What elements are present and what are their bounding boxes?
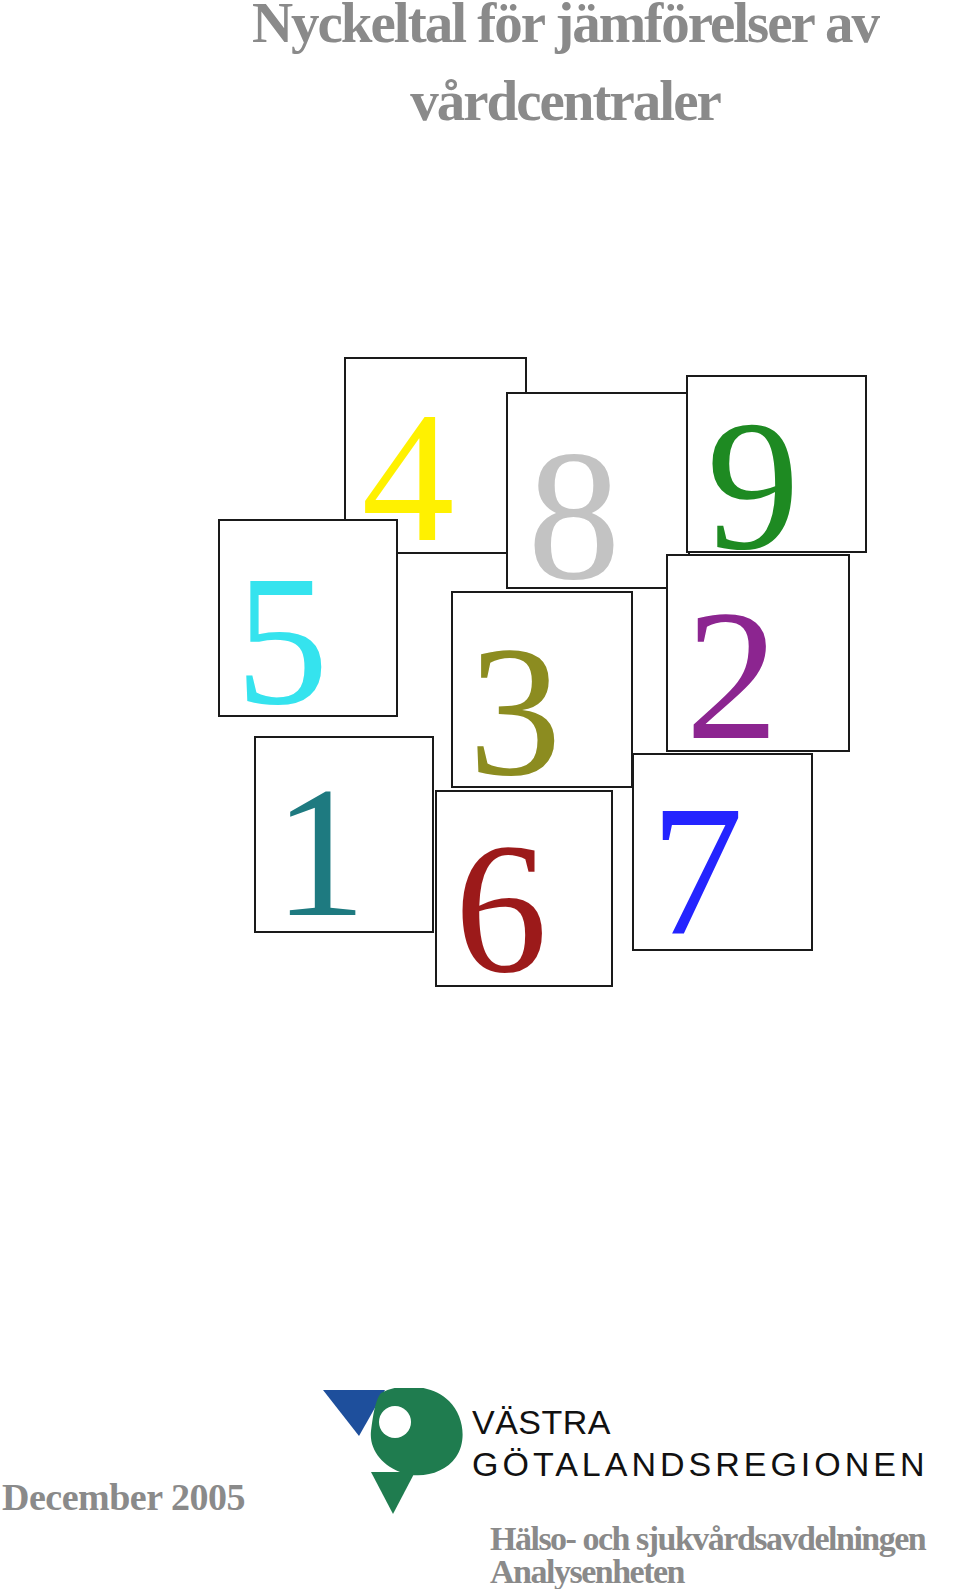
vgr-logo-white-eye-icon (379, 1406, 411, 1438)
digit-3: 3 (469, 618, 562, 804)
number-card-1: 1 (254, 736, 434, 933)
digit-9: 9 (707, 392, 800, 578)
digit-8: 8 (528, 422, 621, 608)
department-block: Hälso- och sjukvårdsavdelningen Analysen… (490, 1522, 925, 1588)
digit-6: 6 (455, 815, 548, 1001)
digit-1: 1 (274, 759, 367, 945)
org-name-line1: VÄSTRA (472, 1405, 611, 1439)
number-card-2: 2 (666, 554, 850, 752)
number-card-7: 7 (632, 753, 813, 951)
org-name-line2: GÖTALANDSREGIONEN (472, 1447, 929, 1481)
number-card-6: 6 (435, 790, 613, 987)
number-card-3: 3 (451, 591, 633, 788)
vgr-logo-green-bottom-triangle-icon (371, 1472, 415, 1514)
publication-date: December 2005 (2, 1478, 245, 1516)
department-line1: Hälso- och sjukvårdsavdelningen (490, 1522, 925, 1555)
page-title: Nyckeltal för jämförelser av vårdcentral… (170, 0, 960, 140)
department-line2: Analysenheten (490, 1555, 925, 1588)
number-card-8: 8 (506, 392, 690, 589)
page-title-line2: vårdcentraler (170, 62, 960, 140)
number-card-5: 5 (218, 519, 398, 717)
report-cover-page: Nyckeltal för jämförelser av vårdcentral… (0, 0, 960, 1589)
vgr-logo (323, 1388, 463, 1515)
digit-2: 2 (686, 582, 779, 768)
digit-7: 7 (651, 777, 744, 963)
number-card-9: 9 (686, 375, 867, 553)
page-title-line1: Nyckeltal för jämförelser av (170, 0, 960, 62)
digit-5: 5 (236, 547, 329, 733)
